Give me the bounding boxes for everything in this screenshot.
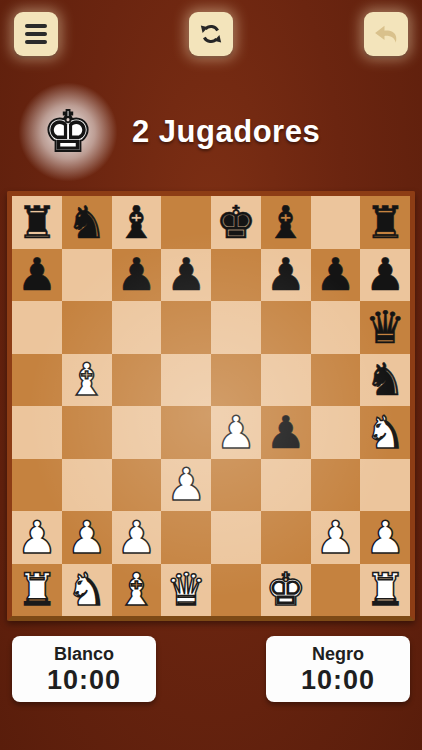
square-b4[interactable]	[62, 406, 112, 459]
square-b3[interactable]	[62, 459, 112, 512]
square-d7[interactable]: ♟	[161, 249, 211, 302]
square-d6[interactable]	[161, 301, 211, 354]
square-e3[interactable]	[211, 459, 261, 512]
black-clock-time: 10:00	[301, 666, 375, 694]
refresh-button[interactable]	[189, 12, 233, 56]
square-e6[interactable]	[211, 301, 261, 354]
square-d1[interactable]: ♛	[161, 564, 211, 617]
white-clock-label: Blanco	[54, 644, 114, 666]
square-h5[interactable]: ♞	[360, 354, 410, 407]
refresh-icon	[197, 20, 225, 48]
square-f1[interactable]: ♚	[261, 564, 311, 617]
black-king[interactable]: ♚	[216, 200, 256, 245]
menu-button[interactable]	[14, 12, 58, 56]
square-h7[interactable]: ♟	[360, 249, 410, 302]
white-king[interactable]: ♚	[265, 567, 305, 612]
square-a1[interactable]: ♜	[12, 564, 62, 617]
square-e1[interactable]	[211, 564, 261, 617]
square-g1[interactable]	[311, 564, 361, 617]
square-a6[interactable]	[12, 301, 62, 354]
white-bishop[interactable]: ♝	[116, 567, 156, 612]
square-h1[interactable]: ♜	[360, 564, 410, 617]
black-queen[interactable]: ♛	[365, 305, 405, 350]
square-c4[interactable]	[112, 406, 162, 459]
black-pawn[interactable]: ♟	[365, 252, 405, 297]
black-bishop[interactable]: ♝	[116, 200, 156, 245]
white-knight[interactable]: ♞	[365, 410, 405, 455]
square-f6[interactable]	[261, 301, 311, 354]
square-h6[interactable]: ♛	[360, 301, 410, 354]
black-knight[interactable]: ♞	[365, 357, 405, 402]
chess-board: ♜♞♝♚♝♜♟♟♟♟♟♟♛♝♞♟♟♞♟♟♟♟♟♟♜♞♝♛♚♜	[12, 196, 410, 616]
square-b1[interactable]: ♞	[62, 564, 112, 617]
square-c6[interactable]	[112, 301, 162, 354]
white-bishop[interactable]: ♝	[66, 357, 106, 402]
square-h4[interactable]: ♞	[360, 406, 410, 459]
square-e5[interactable]	[211, 354, 261, 407]
square-a7[interactable]: ♟	[12, 249, 62, 302]
square-a2[interactable]: ♟	[12, 511, 62, 564]
square-d4[interactable]	[161, 406, 211, 459]
square-g5[interactable]	[311, 354, 361, 407]
square-g4[interactable]	[311, 406, 361, 459]
square-e4[interactable]: ♟	[211, 406, 261, 459]
square-a3[interactable]	[12, 459, 62, 512]
white-king-icon: ♚	[26, 90, 110, 174]
black-rook[interactable]: ♜	[17, 200, 57, 245]
black-rook[interactable]: ♜	[365, 200, 405, 245]
square-e2[interactable]	[211, 511, 261, 564]
square-d5[interactable]	[161, 354, 211, 407]
square-d8[interactable]	[161, 196, 211, 249]
square-g7[interactable]: ♟	[311, 249, 361, 302]
square-a8[interactable]: ♜	[12, 196, 62, 249]
square-d2[interactable]	[161, 511, 211, 564]
square-c8[interactable]: ♝	[112, 196, 162, 249]
black-pawn[interactable]: ♟	[265, 410, 305, 455]
white-pawn[interactable]: ♟	[116, 515, 156, 560]
white-pawn[interactable]: ♟	[66, 515, 106, 560]
square-b8[interactable]: ♞	[62, 196, 112, 249]
square-g2[interactable]: ♟	[311, 511, 361, 564]
square-c1[interactable]: ♝	[112, 564, 162, 617]
square-c3[interactable]	[112, 459, 162, 512]
white-clock[interactable]: Blanco 10:00	[12, 636, 156, 702]
square-f2[interactable]	[261, 511, 311, 564]
square-b6[interactable]	[62, 301, 112, 354]
square-f7[interactable]: ♟	[261, 249, 311, 302]
square-h3[interactable]	[360, 459, 410, 512]
white-rook[interactable]: ♜	[365, 567, 405, 612]
square-c5[interactable]	[112, 354, 162, 407]
hamburger-icon	[25, 24, 47, 44]
white-pawn[interactable]: ♟	[365, 515, 405, 560]
square-g8[interactable]	[311, 196, 361, 249]
square-d3[interactable]: ♟	[161, 459, 211, 512]
toolbar	[14, 12, 408, 56]
square-c7[interactable]: ♟	[112, 249, 162, 302]
black-bishop[interactable]: ♝	[265, 200, 305, 245]
square-b5[interactable]: ♝	[62, 354, 112, 407]
square-f8[interactable]: ♝	[261, 196, 311, 249]
black-pawn[interactable]: ♟	[116, 252, 156, 297]
black-pawn[interactable]: ♟	[166, 252, 206, 297]
white-pawn[interactable]: ♟	[166, 462, 206, 507]
square-a5[interactable]	[12, 354, 62, 407]
white-knight[interactable]: ♞	[66, 567, 106, 612]
undo-button[interactable]	[364, 12, 408, 56]
square-e7[interactable]	[211, 249, 261, 302]
square-h8[interactable]: ♜	[360, 196, 410, 249]
square-c2[interactable]: ♟	[112, 511, 162, 564]
black-clock[interactable]: Negro 10:00	[266, 636, 410, 702]
black-pawn[interactable]: ♟	[265, 252, 305, 297]
square-f3[interactable]	[261, 459, 311, 512]
square-a4[interactable]	[12, 406, 62, 459]
clocks-row: Blanco 10:00 Negro 10:00	[12, 636, 410, 702]
board-frame: ♜♞♝♚♝♜♟♟♟♟♟♟♛♝♞♟♟♞♟♟♟♟♟♟♜♞♝♛♚♜	[7, 191, 415, 621]
black-pawn[interactable]: ♟	[315, 252, 355, 297]
white-rook[interactable]: ♜	[17, 567, 57, 612]
page-title: 2 Jugadores	[132, 114, 320, 150]
white-pawn[interactable]: ♟	[17, 515, 57, 560]
black-knight[interactable]: ♞	[66, 200, 106, 245]
square-h2[interactable]: ♟	[360, 511, 410, 564]
black-clock-label: Negro	[312, 644, 364, 666]
black-pawn[interactable]: ♟	[17, 252, 57, 297]
white-pawn[interactable]: ♟	[216, 410, 256, 455]
white-clock-time: 10:00	[47, 666, 121, 694]
white-queen[interactable]: ♛	[166, 567, 206, 612]
square-e8[interactable]: ♚	[211, 196, 261, 249]
white-pawn[interactable]: ♟	[315, 515, 355, 560]
undo-arrow-icon	[371, 19, 401, 49]
square-g6[interactable]	[311, 301, 361, 354]
square-b2[interactable]: ♟	[62, 511, 112, 564]
square-b7[interactable]	[62, 249, 112, 302]
square-f5[interactable]	[261, 354, 311, 407]
square-g3[interactable]	[311, 459, 361, 512]
square-f4[interactable]: ♟	[261, 406, 311, 459]
header: ♚ 2 Jugadores	[0, 92, 422, 172]
